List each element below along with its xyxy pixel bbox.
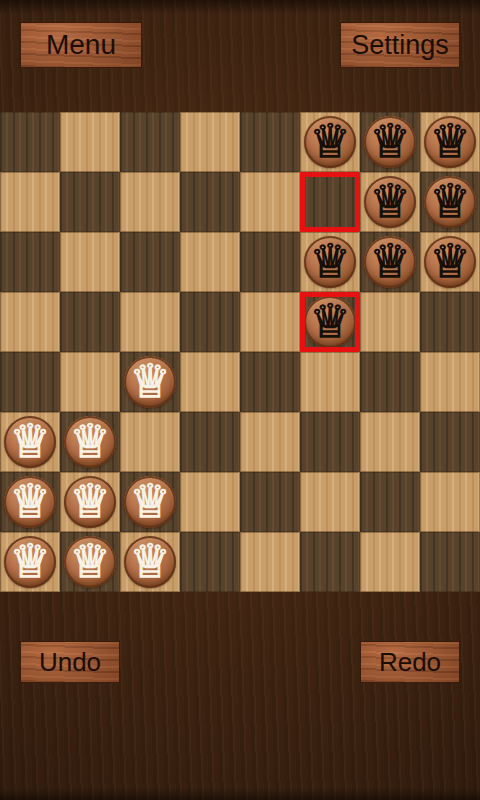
square-4-2[interactable]: ♕ [120,352,180,412]
king-glyph: ♕ [69,538,110,584]
king-glyph: ♕ [369,118,410,164]
black-king-piece[interactable]: ♕ [304,116,356,168]
square-0-5[interactable]: ♕ [300,112,360,172]
square-1-3[interactable] [180,172,240,232]
square-2-5[interactable]: ♕ [300,232,360,292]
white-king-piece[interactable]: ♕ [64,536,116,588]
square-0-7[interactable]: ♕ [420,112,480,172]
square-6-6[interactable] [360,472,420,532]
square-7-6[interactable] [360,532,420,592]
square-7-4[interactable] [240,532,300,592]
square-3-5[interactable]: ♕ [300,292,360,352]
square-3-6[interactable] [360,292,420,352]
white-king-piece[interactable]: ♕ [4,416,56,468]
black-king-piece[interactable]: ♕ [424,116,476,168]
square-1-1[interactable] [60,172,120,232]
white-king-piece[interactable]: ♕ [64,476,116,528]
square-2-1[interactable] [60,232,120,292]
black-king-piece[interactable]: ♕ [304,236,356,288]
app-screen: Menu Settings ♕♕♕♕♕♕♕♕♕♕♕♕♕♕♕♕♕♕ Undo Re… [0,0,480,800]
square-6-1[interactable]: ♕ [60,472,120,532]
black-king-piece[interactable]: ♕ [364,176,416,228]
square-0-2[interactable] [120,112,180,172]
king-glyph: ♕ [9,538,50,584]
white-king-piece[interactable]: ♕ [124,356,176,408]
white-king-piece[interactable]: ♕ [64,416,116,468]
square-7-7[interactable] [420,532,480,592]
king-glyph: ♕ [429,118,470,164]
square-2-3[interactable] [180,232,240,292]
king-glyph: ♕ [69,478,110,524]
square-4-1[interactable] [60,352,120,412]
square-4-4[interactable] [240,352,300,412]
square-0-1[interactable] [60,112,120,172]
square-5-4[interactable] [240,412,300,472]
square-0-3[interactable] [180,112,240,172]
square-2-0[interactable] [0,232,60,292]
king-glyph: ♕ [9,418,50,464]
square-4-3[interactable] [180,352,240,412]
square-4-5[interactable] [300,352,360,412]
settings-button[interactable]: Settings [340,22,460,68]
square-1-0[interactable] [0,172,60,232]
square-3-3[interactable] [180,292,240,352]
square-4-6[interactable] [360,352,420,412]
square-2-4[interactable] [240,232,300,292]
square-3-7[interactable] [420,292,480,352]
square-0-6[interactable]: ♕ [360,112,420,172]
square-6-2[interactable]: ♕ [120,472,180,532]
square-6-5[interactable] [300,472,360,532]
square-6-0[interactable]: ♕ [0,472,60,532]
square-1-7[interactable]: ♕ [420,172,480,232]
square-5-0[interactable]: ♕ [0,412,60,472]
square-6-7[interactable] [420,472,480,532]
black-king-piece[interactable]: ♕ [364,236,416,288]
square-5-5[interactable] [300,412,360,472]
black-king-piece[interactable]: ♕ [424,176,476,228]
square-2-6[interactable]: ♕ [360,232,420,292]
king-glyph: ♕ [129,358,170,404]
square-3-0[interactable] [0,292,60,352]
black-king-piece[interactable]: ♕ [304,296,356,348]
king-glyph: ♕ [309,238,350,284]
king-glyph: ♕ [129,478,170,524]
square-3-2[interactable] [120,292,180,352]
king-glyph: ♕ [309,298,350,344]
square-5-3[interactable] [180,412,240,472]
menu-button[interactable]: Menu [20,22,142,68]
square-7-5[interactable] [300,532,360,592]
square-6-4[interactable] [240,472,300,532]
square-2-2[interactable] [120,232,180,292]
square-5-1[interactable]: ♕ [60,412,120,472]
black-king-piece[interactable]: ♕ [364,116,416,168]
square-0-0[interactable] [0,112,60,172]
king-glyph: ♕ [429,178,470,224]
square-4-7[interactable] [420,352,480,412]
square-7-2[interactable]: ♕ [120,532,180,592]
square-5-7[interactable] [420,412,480,472]
white-king-piece[interactable]: ♕ [124,476,176,528]
king-glyph: ♕ [309,118,350,164]
undo-button[interactable]: Undo [20,641,120,683]
square-1-6[interactable]: ♕ [360,172,420,232]
square-7-0[interactable]: ♕ [0,532,60,592]
checkers-board[interactable]: ♕♕♕♕♕♕♕♕♕♕♕♕♕♕♕♕♕♕ [0,112,480,592]
king-glyph: ♕ [369,178,410,224]
square-1-4[interactable] [240,172,300,232]
king-glyph: ♕ [129,538,170,584]
king-glyph: ♕ [69,418,110,464]
king-glyph: ♕ [429,238,470,284]
white-king-piece[interactable]: ♕ [4,476,56,528]
king-glyph: ♕ [9,478,50,524]
redo-button[interactable]: Redo [360,641,460,683]
square-0-4[interactable] [240,112,300,172]
king-glyph: ♕ [369,238,410,284]
white-king-piece[interactable]: ♕ [124,536,176,588]
black-king-piece[interactable]: ♕ [424,236,476,288]
square-3-4[interactable] [240,292,300,352]
square-7-3[interactable] [180,532,240,592]
square-1-2[interactable] [120,172,180,232]
square-5-2[interactable] [120,412,180,472]
square-5-6[interactable] [360,412,420,472]
square-7-1[interactable]: ♕ [60,532,120,592]
square-6-3[interactable] [180,472,240,532]
white-king-piece[interactable]: ♕ [4,536,56,588]
square-3-1[interactable] [60,292,120,352]
square-1-5[interactable] [300,172,360,232]
square-2-7[interactable]: ♕ [420,232,480,292]
square-4-0[interactable] [0,352,60,412]
